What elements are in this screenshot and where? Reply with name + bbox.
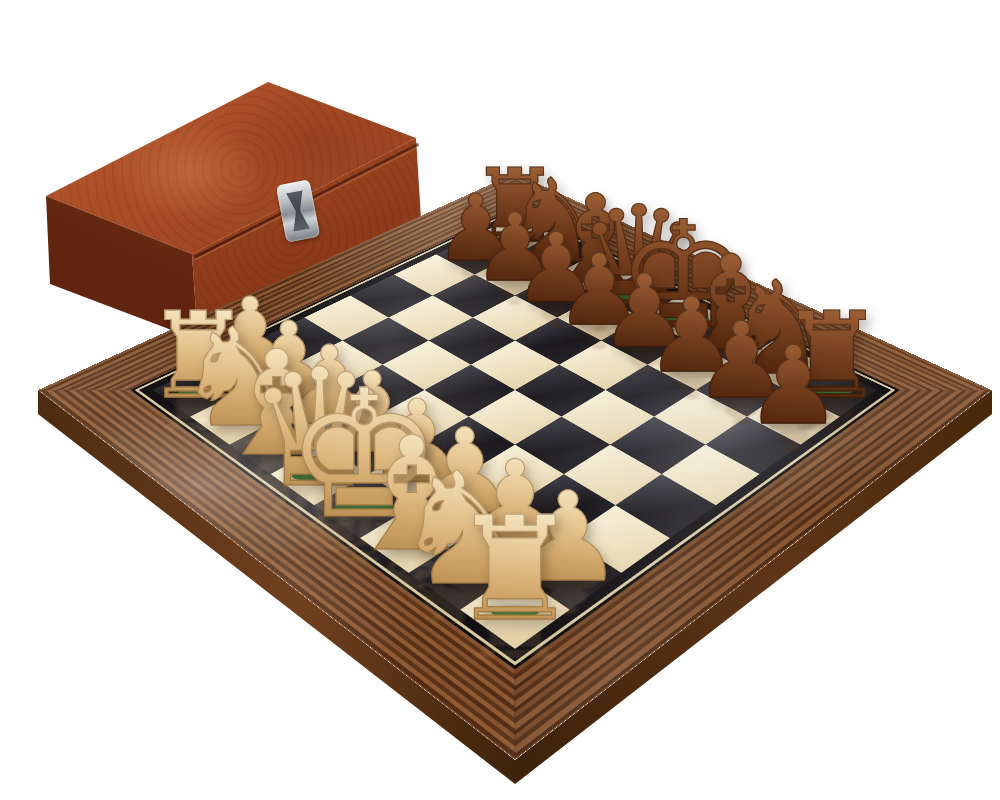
piece-white-rook-h1[interactable]: ♜ xyxy=(451,498,580,642)
product-photo-stage: ♜♞♟♝♟♛♟♚♟♝♟♞♟♟♜♟♟♜♟♟♞♟♝♟♛♟♚♟♝♟♞♜ ♜♞♟♝♟♛♟… xyxy=(0,0,1000,800)
piece-black-pawn-h7[interactable]: ♟ xyxy=(745,332,842,440)
pieces-layer: ♜♞♟♝♟♛♟♚♟♝♟♞♟♟♜♟♟♜♟♟♞♟♝♟♛♟♚♟♝♟♞♜ xyxy=(0,0,1000,800)
